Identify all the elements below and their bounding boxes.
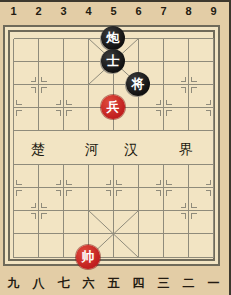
piece-red-soldier[interactable]: 兵 — [101, 95, 125, 119]
file-label-red-1: 九 — [1, 276, 26, 291]
river-char-3: 汉 — [122, 141, 140, 157]
river-char-4: 界 — [177, 141, 195, 157]
file-label-red-5: 五 — [101, 276, 126, 291]
file-label-black-9: 9 — [201, 4, 226, 18]
file-label-black-8: 8 — [176, 4, 201, 18]
file-label-red-9: 一 — [201, 276, 226, 291]
file-label-black-2: 2 — [26, 4, 51, 18]
file-label-red-3: 七 — [51, 276, 76, 291]
file-label-black-1: 1 — [1, 4, 26, 18]
file-label-red-4: 六 — [76, 276, 101, 291]
file-label-black-5: 5 — [101, 4, 126, 18]
file-label-black-6: 6 — [126, 4, 151, 18]
file-label-red-7: 三 — [151, 276, 176, 291]
file-label-red-2: 八 — [26, 276, 51, 291]
piece-black-advisor[interactable]: 士 — [101, 49, 125, 73]
file-label-black-3: 3 — [51, 4, 76, 18]
piece-black-cannon[interactable]: 炮 — [101, 26, 125, 50]
file-label-black-4: 4 — [76, 4, 101, 18]
xiangqi-board-panel: 123456789 楚河汉界 炮士将兵帅 九八七六五四三二一 — [0, 0, 231, 295]
file-label-black-7: 7 — [151, 4, 176, 18]
river-char-2: 河 — [83, 141, 101, 157]
river-char-1: 楚 — [29, 141, 47, 157]
piece-black-general[interactable]: 将 — [126, 72, 150, 96]
file-label-red-6: 四 — [126, 276, 151, 291]
file-labels-black: 123456789 — [1, 4, 226, 18]
file-labels-red: 九八七六五四三二一 — [1, 276, 226, 291]
file-label-red-8: 二 — [176, 276, 201, 291]
piece-red-general[interactable]: 帅 — [76, 245, 100, 269]
